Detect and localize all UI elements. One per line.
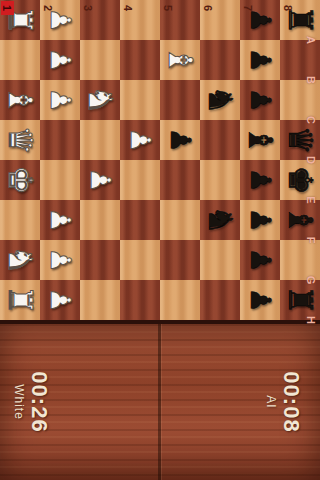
square-g6[interactable] [200,240,240,280]
piece-black-queen[interactable]: ♛ [280,125,320,155]
square-e4[interactable] [120,160,160,200]
file-label-G: G [304,273,318,287]
square-h7[interactable]: ♟ [240,280,280,320]
square-e1[interactable]: ♚ [0,160,40,200]
piece-white-pawn[interactable]: ♟ [40,207,80,232]
square-d2[interactable] [40,120,80,160]
square-g1[interactable]: ♞ [0,240,40,280]
piece-black-pawn[interactable]: ♟ [240,207,280,232]
square-d5[interactable]: ♟ [160,120,200,160]
square-e3[interactable]: ♟ [80,160,120,200]
rank-label-8: 8 [281,2,295,15]
chess-app-screen: ♜♟♟♜♟♝♟♝♟♞♞♟♛♟♟♝♛♚♟♟♚♟♞♟♝♞♟♟♜♟♟♜12345678… [0,0,320,480]
square-b1[interactable] [0,40,40,80]
square-h2[interactable]: ♟ [40,280,80,320]
piece-black-bishop[interactable]: ♝ [280,205,320,235]
piece-white-rook[interactable]: ♜ [0,285,40,315]
piece-black-pawn[interactable]: ♟ [160,127,200,152]
rank-label-2: 2 [41,2,55,15]
square-h3[interactable] [80,280,120,320]
piece-white-pawn[interactable]: ♟ [40,247,80,272]
clock-panel: 00:26 White 00:08 AI [0,320,320,480]
white-player-label: White [12,384,27,420]
piece-white-pawn[interactable]: ♟ [40,87,80,112]
piece-black-king[interactable]: ♚ [280,165,320,195]
file-label-C: C [304,113,318,127]
square-g3[interactable] [80,240,120,280]
piece-white-bishop[interactable]: ♝ [0,85,40,115]
square-b5[interactable]: ♝ [160,40,200,80]
piece-black-bishop[interactable]: ♝ [240,125,280,155]
square-e7[interactable]: ♟ [240,160,280,200]
square-d7[interactable]: ♝ [240,120,280,160]
piece-white-pawn[interactable]: ♟ [40,287,80,312]
piece-white-pawn[interactable]: ♟ [120,127,160,152]
square-h4[interactable] [120,280,160,320]
square-c6[interactable]: ♞ [200,80,240,120]
square-f3[interactable] [80,200,120,240]
square-h1[interactable]: ♜ [0,280,40,320]
square-c2[interactable]: ♟ [40,80,80,120]
piece-black-knight[interactable]: ♞ [200,205,240,235]
square-h6[interactable] [200,280,240,320]
piece-black-pawn[interactable]: ♟ [240,167,280,192]
square-f5[interactable] [160,200,200,240]
square-b7[interactable]: ♟ [240,40,280,80]
square-c5[interactable] [160,80,200,120]
piece-white-knight[interactable]: ♞ [0,245,40,275]
piece-white-pawn[interactable]: ♟ [80,167,120,192]
square-d6[interactable] [200,120,240,160]
ai-player-label: AI [264,395,279,408]
square-h5[interactable] [160,280,200,320]
piece-black-knight[interactable]: ♞ [200,85,240,115]
square-d1[interactable]: ♛ [0,120,40,160]
square-f4[interactable] [120,200,160,240]
rank-label-7: 7 [241,2,255,15]
square-g5[interactable] [160,240,200,280]
square-b6[interactable] [200,40,240,80]
square-b2[interactable]: ♟ [40,40,80,80]
square-f6[interactable]: ♞ [200,200,240,240]
piece-white-knight[interactable]: ♞ [80,85,120,115]
square-e2[interactable] [40,160,80,200]
square-b4[interactable] [120,40,160,80]
file-label-F: F [304,233,318,247]
square-g7[interactable]: ♟ [240,240,280,280]
rank-label-1-highlighted: 1 [1,1,14,15]
file-label-A: A [304,33,318,47]
piece-white-pawn[interactable]: ♟ [40,47,80,72]
file-label-H: H [304,313,318,327]
square-d3[interactable] [80,120,120,160]
square-c1[interactable]: ♝ [0,80,40,120]
file-label-E: E [304,193,318,207]
square-c7[interactable]: ♟ [240,80,280,120]
square-f1[interactable] [0,200,40,240]
square-c3[interactable]: ♞ [80,80,120,120]
square-b3[interactable] [80,40,120,80]
square-c4[interactable] [120,80,160,120]
square-d4[interactable]: ♟ [120,120,160,160]
rank-label-6: 6 [201,2,215,15]
piece-black-pawn[interactable]: ♟ [240,287,280,312]
square-g2[interactable]: ♟ [40,240,80,280]
square-f7[interactable]: ♟ [240,200,280,240]
square-g4[interactable] [120,240,160,280]
piece-black-pawn[interactable]: ♟ [240,87,280,112]
square-e6[interactable] [200,160,240,200]
file-label-B: B [304,73,318,87]
rank-label-4: 4 [121,2,135,15]
piece-black-pawn[interactable]: ♟ [240,47,280,72]
piece-white-bishop[interactable]: ♝ [160,45,200,75]
rank-label-5: 5 [161,2,175,15]
square-f2[interactable]: ♟ [40,200,80,240]
white-clock: 00:26 White [8,342,56,462]
piece-black-rook[interactable]: ♜ [280,285,320,315]
rank-label-3: 3 [81,2,95,15]
file-label-D: D [304,153,318,167]
square-e5[interactable] [160,160,200,200]
ai-clock-time: 00:08 [279,371,305,432]
chess-board: ♜♟♟♜♟♝♟♝♟♞♞♟♛♟♟♝♛♚♟♟♚♟♞♟♝♞♟♟♜♟♟♜12345678… [0,0,320,320]
ai-clock: 00:08 AI [260,342,308,462]
clock-divider [158,324,161,480]
piece-black-pawn[interactable]: ♟ [240,247,280,272]
piece-white-king[interactable]: ♚ [0,165,40,195]
white-clock-time: 00:26 [27,371,53,432]
piece-white-queen[interactable]: ♛ [0,125,40,155]
